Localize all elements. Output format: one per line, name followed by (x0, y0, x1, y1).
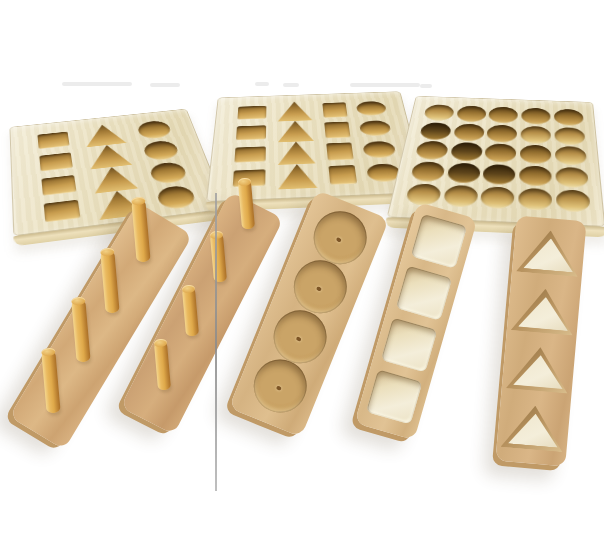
cutout-cell (228, 143, 273, 167)
hole-cell (553, 126, 588, 147)
cutout-cell (357, 138, 402, 162)
triangle-recess (501, 403, 567, 452)
hole-cell (554, 166, 591, 190)
triangle-recess (516, 228, 582, 277)
round-hole (453, 123, 485, 141)
square-cutout (328, 165, 357, 185)
watermark-smudge (283, 83, 299, 87)
hole-cell (487, 106, 521, 125)
watermark-smudge (62, 82, 132, 86)
triangle-cutout (278, 120, 314, 142)
round-hole (519, 165, 552, 186)
square-cutout (326, 142, 353, 160)
hole-cell (483, 143, 519, 165)
rectangle-cutout (44, 200, 81, 223)
rectangle-cutout (238, 106, 267, 120)
cutout-cell (316, 100, 354, 120)
watermark-smudge (255, 82, 269, 86)
triangle-cutout (86, 143, 132, 170)
hole-cell (440, 183, 480, 208)
round-hole (487, 125, 518, 143)
round-hole (405, 183, 442, 206)
round-hole (485, 144, 517, 164)
cutout-cell (272, 141, 321, 165)
round-hole (415, 141, 449, 161)
round-hole (423, 104, 455, 121)
cutout-cell (230, 122, 273, 144)
hole-cell (517, 164, 554, 188)
hole-cell (421, 104, 456, 123)
triangle-recess-strip (495, 215, 586, 466)
round-hole (518, 188, 552, 211)
hole-cell (413, 140, 451, 162)
cutout-grid (9, 109, 227, 237)
hole-cell (553, 145, 589, 167)
rectangle-cutout (236, 125, 266, 140)
hole-cell (478, 185, 517, 210)
square-recess (381, 318, 437, 373)
hole-cell (518, 144, 554, 166)
cutout-cell (272, 120, 319, 142)
round-hole (521, 126, 551, 144)
triangle-cutout (278, 101, 313, 121)
cutout-cell (34, 195, 92, 228)
round-hole (554, 127, 585, 146)
hole-cell (552, 108, 586, 127)
round-hole (556, 189, 591, 212)
divider-line (215, 193, 217, 491)
hole-cell (516, 186, 554, 211)
round-hole (554, 109, 584, 126)
circle-cutout (142, 139, 180, 161)
cutout-cell (318, 119, 358, 141)
triangle-cutout (91, 165, 139, 194)
hole-cell (417, 121, 454, 141)
cutout-cell (319, 139, 361, 163)
rectangle-cutout (41, 175, 76, 196)
round-hole (555, 167, 588, 188)
square-cutout (322, 102, 347, 117)
hole-cell (485, 124, 520, 144)
cutout-cell (231, 102, 272, 123)
cutout-cell (354, 117, 397, 139)
triangle-cutout (278, 141, 316, 165)
hole-cell (554, 188, 593, 214)
triangle-recess (506, 345, 572, 394)
hole-cell (454, 105, 489, 124)
hole-cell (481, 163, 519, 186)
cutout-cell (321, 162, 364, 188)
round-hole (521, 108, 550, 125)
circle-cutout (359, 120, 392, 136)
round-hole (456, 106, 487, 123)
round-hole (410, 161, 445, 182)
triangle-recess (511, 286, 577, 335)
rectangle-cutout (235, 146, 266, 162)
cutout-cell (273, 101, 318, 122)
watermark-smudge (420, 84, 432, 88)
circle-cutout (155, 184, 197, 210)
round-hole (483, 164, 516, 185)
hole-cell (520, 107, 553, 126)
round-hole (480, 186, 515, 209)
square-cutout (324, 121, 350, 138)
hole-cell (444, 162, 483, 185)
cutout-cell (146, 181, 206, 213)
round-hole (520, 145, 552, 165)
triangle-cutout (83, 123, 127, 147)
square-recess (411, 214, 467, 269)
rectangle-cutout (39, 152, 73, 171)
product-photo-canvas (0, 0, 604, 534)
circle-cutout (148, 161, 188, 185)
hole-cell (408, 160, 448, 183)
cutout-cell (272, 163, 323, 189)
round-hole (450, 142, 483, 162)
circle-cutout (136, 120, 172, 140)
watermark-smudge (350, 83, 420, 87)
round-hole (443, 185, 479, 208)
circle-cutout (356, 101, 388, 116)
square-recess (366, 369, 422, 424)
rectangle-cutout (37, 132, 69, 150)
shape-board-three-columns (9, 109, 227, 237)
recess-column (495, 215, 586, 466)
hole-cell (448, 141, 485, 163)
round-hole (446, 163, 480, 184)
cutout-cell (351, 98, 392, 118)
round-hole (488, 107, 518, 124)
triangle-cutout (278, 163, 317, 189)
round-hole (555, 146, 587, 166)
square-recess (396, 266, 452, 321)
circle-cutout (363, 141, 397, 159)
watermark-smudge (150, 83, 180, 87)
hole-cell (451, 122, 487, 142)
round-hole (419, 122, 452, 140)
hole-cell (519, 125, 553, 145)
